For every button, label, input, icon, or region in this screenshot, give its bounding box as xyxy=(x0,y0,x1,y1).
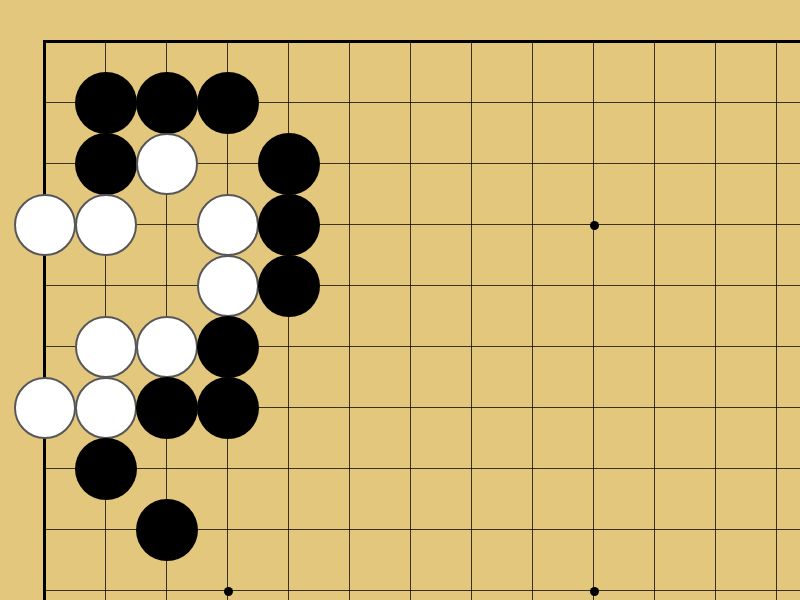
intersection-11-7[interactable] xyxy=(624,377,685,438)
black-stone[interactable]: ● xyxy=(258,255,320,317)
intersection-12-9[interactable] xyxy=(685,499,746,560)
intersection-9-7[interactable] xyxy=(502,377,563,438)
intersection-9-5[interactable] xyxy=(502,255,563,316)
intersection-2-8[interactable]: ● xyxy=(75,438,136,499)
intersection-9-4[interactable] xyxy=(502,194,563,255)
intersection-9-6[interactable] xyxy=(502,316,563,377)
intersection-12-3[interactable] xyxy=(685,133,746,194)
intersection-11-9[interactable] xyxy=(624,499,685,560)
intersection-3-6[interactable]: ○ xyxy=(136,316,197,377)
intersection-11-6[interactable] xyxy=(624,316,685,377)
black-stone[interactable]: ● xyxy=(75,438,137,500)
white-stone[interactable]: ○ xyxy=(14,194,76,256)
intersection-2-2[interactable]: ● xyxy=(75,72,136,133)
intersection-13-9[interactable] xyxy=(746,499,800,560)
intersection-3-3[interactable]: ○ xyxy=(136,133,197,194)
intersection-9-3[interactable] xyxy=(502,133,563,194)
intersection-3-8[interactable] xyxy=(136,438,197,499)
intersection-10-2[interactable] xyxy=(563,72,624,133)
intersection-4-4[interactable]: ○ xyxy=(197,194,258,255)
intersection-7-6[interactable] xyxy=(380,316,441,377)
black-stone[interactable]: ● xyxy=(136,499,198,561)
intersection-6-7[interactable] xyxy=(319,377,380,438)
intersection-10-5[interactable] xyxy=(563,255,624,316)
intersection-7-7[interactable] xyxy=(380,377,441,438)
intersection-6-4[interactable] xyxy=(319,194,380,255)
star-point xyxy=(590,221,599,230)
white-stone[interactable]: ○ xyxy=(136,133,198,195)
intersection-4-9[interactable] xyxy=(197,499,258,560)
intersection-7-3[interactable] xyxy=(380,133,441,194)
intersection-8-5[interactable] xyxy=(441,255,502,316)
intersection-2-10[interactable] xyxy=(75,560,136,600)
go-board-screenshot: ●●●●○●○○○●○●○○●○○●●●● xyxy=(0,0,800,600)
intersection-10-6[interactable] xyxy=(563,316,624,377)
black-stone[interactable]: ● xyxy=(258,194,320,256)
intersection-5-10[interactable] xyxy=(258,560,319,600)
intersection-13-3[interactable] xyxy=(746,133,800,194)
go-board-grid: ●●●●○●○○○●○●○○●○○●●●● xyxy=(14,11,800,600)
intersection-4-8[interactable] xyxy=(197,438,258,499)
intersection-2-4[interactable]: ○ xyxy=(75,194,136,255)
intersection-11-4[interactable] xyxy=(624,194,685,255)
white-stone[interactable]: ○ xyxy=(75,194,137,256)
intersection-7-9[interactable] xyxy=(380,499,441,560)
intersection-8-3[interactable] xyxy=(441,133,502,194)
intersection-11-8[interactable] xyxy=(624,438,685,499)
intersection-4-6[interactable]: ● xyxy=(197,316,258,377)
intersection-11-5[interactable] xyxy=(624,255,685,316)
intersection-2-6[interactable]: ○ xyxy=(75,316,136,377)
intersection-4-3[interactable] xyxy=(197,133,258,194)
intersection-2-3[interactable]: ● xyxy=(75,133,136,194)
intersection-7-2[interactable] xyxy=(380,72,441,133)
intersection-7-5[interactable] xyxy=(380,255,441,316)
intersection-12-4[interactable] xyxy=(685,194,746,255)
intersection-13-5[interactable] xyxy=(746,255,800,316)
intersection-3-2[interactable]: ● xyxy=(136,72,197,133)
black-stone[interactable]: ● xyxy=(75,133,137,195)
white-stone[interactable]: ○ xyxy=(75,377,137,439)
black-stone[interactable]: ● xyxy=(197,377,259,439)
intersection-13-8[interactable] xyxy=(746,438,800,499)
intersection-3-9[interactable]: ● xyxy=(136,499,197,560)
intersection-12-7[interactable] xyxy=(685,377,746,438)
intersection-5-6[interactable] xyxy=(258,316,319,377)
intersection-8-4[interactable] xyxy=(441,194,502,255)
intersection-1-7[interactable]: ○ xyxy=(14,377,75,438)
intersection-6-3[interactable] xyxy=(319,133,380,194)
intersection-5-9[interactable] xyxy=(258,499,319,560)
black-stone[interactable]: ● xyxy=(136,72,198,134)
board-edge-top xyxy=(43,40,800,43)
intersection-7-10[interactable] xyxy=(380,560,441,600)
black-stone[interactable]: ● xyxy=(197,316,259,378)
intersection-6-2[interactable] xyxy=(319,72,380,133)
white-stone[interactable]: ○ xyxy=(136,316,198,378)
intersection-9-2[interactable] xyxy=(502,72,563,133)
intersection-3-10[interactable] xyxy=(136,560,197,600)
intersection-13-2[interactable] xyxy=(746,72,800,133)
intersection-11-2[interactable] xyxy=(624,72,685,133)
intersection-12-10[interactable] xyxy=(685,560,746,600)
black-stone[interactable]: ● xyxy=(136,377,198,439)
intersection-13-4[interactable] xyxy=(746,194,800,255)
intersection-6-10[interactable] xyxy=(319,560,380,600)
black-stone[interactable]: ● xyxy=(258,133,320,195)
intersection-7-8[interactable] xyxy=(380,438,441,499)
intersection-6-6[interactable] xyxy=(319,316,380,377)
board-edge-left xyxy=(43,40,46,600)
intersection-10-8[interactable] xyxy=(563,438,624,499)
intersection-2-9[interactable] xyxy=(75,499,136,560)
intersection-8-6[interactable] xyxy=(441,316,502,377)
intersection-5-4[interactable]: ● xyxy=(258,194,319,255)
intersection-13-10[interactable] xyxy=(746,560,800,600)
intersection-3-5[interactable] xyxy=(136,255,197,316)
intersection-8-10[interactable] xyxy=(441,560,502,600)
intersection-12-5[interactable] xyxy=(685,255,746,316)
star-point xyxy=(224,587,233,596)
black-stone[interactable]: ● xyxy=(197,72,259,134)
intersection-10-9[interactable] xyxy=(563,499,624,560)
intersection-2-7[interactable]: ○ xyxy=(75,377,136,438)
intersection-6-5[interactable] xyxy=(319,255,380,316)
intersection-4-5[interactable]: ○ xyxy=(197,255,258,316)
intersection-3-4[interactable] xyxy=(136,194,197,255)
intersection-5-7[interactable] xyxy=(258,377,319,438)
intersection-13-6[interactable] xyxy=(746,316,800,377)
intersection-9-9[interactable] xyxy=(502,499,563,560)
intersection-13-7[interactable] xyxy=(746,377,800,438)
intersection-3-7[interactable]: ● xyxy=(136,377,197,438)
intersection-5-3[interactable]: ● xyxy=(258,133,319,194)
intersection-8-8[interactable] xyxy=(441,438,502,499)
intersection-12-6[interactable] xyxy=(685,316,746,377)
intersection-11-10[interactable] xyxy=(624,560,685,600)
intersection-10-7[interactable] xyxy=(563,377,624,438)
intersection-11-3[interactable] xyxy=(624,133,685,194)
intersection-5-2[interactable] xyxy=(258,72,319,133)
intersection-12-8[interactable] xyxy=(685,438,746,499)
intersection-8-7[interactable] xyxy=(441,377,502,438)
intersection-1-4[interactable]: ○ xyxy=(14,194,75,255)
intersection-9-10[interactable] xyxy=(502,560,563,600)
white-stone[interactable]: ○ xyxy=(197,255,259,317)
intersection-8-9[interactable] xyxy=(441,499,502,560)
intersection-7-4[interactable] xyxy=(380,194,441,255)
white-stone[interactable]: ○ xyxy=(14,377,76,439)
intersection-4-2[interactable]: ● xyxy=(197,72,258,133)
intersection-4-7[interactable]: ● xyxy=(197,377,258,438)
white-stone[interactable]: ○ xyxy=(197,194,259,256)
intersection-12-2[interactable] xyxy=(685,72,746,133)
intersection-8-2[interactable] xyxy=(441,72,502,133)
intersection-6-8[interactable] xyxy=(319,438,380,499)
intersection-9-8[interactable] xyxy=(502,438,563,499)
black-stone[interactable]: ● xyxy=(75,72,137,134)
intersection-2-5[interactable] xyxy=(75,255,136,316)
intersection-5-5[interactable]: ● xyxy=(258,255,319,316)
intersection-5-8[interactable] xyxy=(258,438,319,499)
intersection-6-9[interactable] xyxy=(319,499,380,560)
intersection-10-3[interactable] xyxy=(563,133,624,194)
star-point xyxy=(590,587,599,596)
white-stone[interactable]: ○ xyxy=(75,316,137,378)
